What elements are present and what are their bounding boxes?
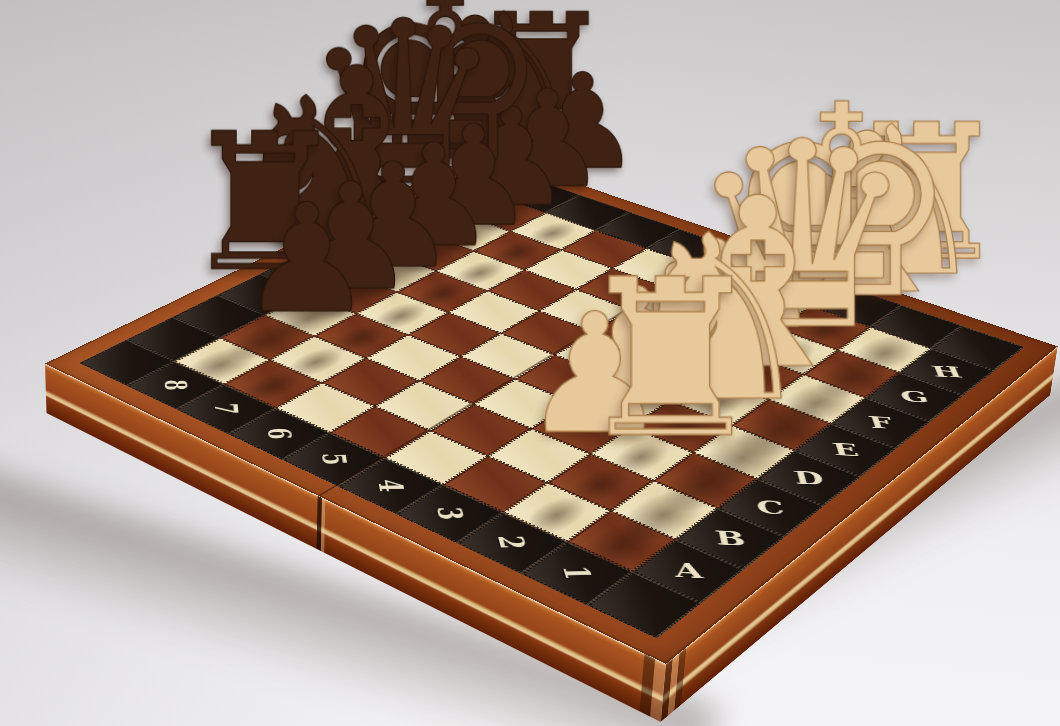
rank-label-text: 3 [429, 507, 472, 521]
rank-label-text: 2 [490, 535, 534, 549]
piece-glyph: ♜ [573, 251, 768, 469]
rank-label-text: 5 [314, 453, 354, 466]
file-label-text: A [672, 558, 704, 583]
rank-label-text: 4 [370, 479, 411, 492]
rank-label-text: 7 [208, 403, 245, 415]
piece-glyph: ♟ [239, 184, 373, 334]
photo-scene: 8♜♞♝♛♚♝♞♜7♟♟♟♟♟♟♟♟65432♟♟♟♟♟♟♟♟1♜♞♝♛♚♝♞♜… [0, 0, 1060, 726]
rank-label-text: 6 [260, 427, 299, 439]
square-a2[interactable]: ♟ [504, 483, 611, 542]
